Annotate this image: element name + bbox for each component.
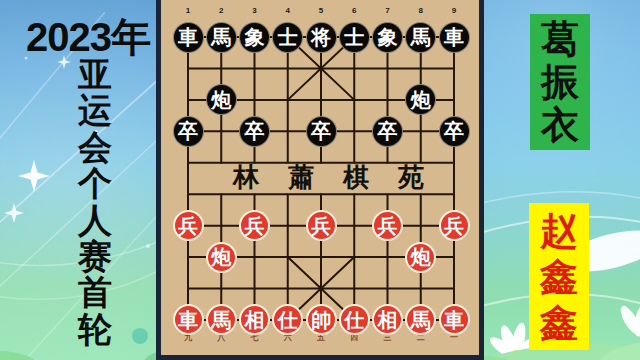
piece-black-卒[interactable]: 卒 — [239, 116, 270, 147]
piece-red-車[interactable]: 車 — [173, 304, 204, 335]
piece-red-帥[interactable]: 帥 — [306, 304, 337, 335]
piece-black-卒[interactable]: 卒 — [439, 116, 470, 147]
piece-black-象[interactable]: 象 — [239, 22, 270, 53]
river-watermark-char: 蕭 — [284, 162, 318, 194]
piece-red-仕[interactable]: 仕 — [339, 304, 370, 335]
file-label-top: 5 — [313, 6, 329, 15]
file-label-top: 4 — [280, 6, 296, 15]
piece-black-車[interactable]: 車 — [173, 22, 204, 53]
piece-black-卒[interactable]: 卒 — [306, 116, 337, 147]
event-title-vertical: 亚运会个人赛首轮 — [72, 56, 118, 347]
piece-red-兵[interactable]: 兵 — [372, 210, 403, 241]
piece-red-兵[interactable]: 兵 — [306, 210, 337, 241]
piece-black-馬[interactable]: 馬 — [206, 22, 237, 53]
player-name-black: 葛振衣 — [541, 18, 579, 147]
piece-black-象[interactable]: 象 — [372, 22, 403, 53]
file-label-top: 3 — [247, 6, 263, 15]
piece-red-馬[interactable]: 馬 — [206, 304, 237, 335]
player-name-red: 赵鑫鑫 — [540, 208, 578, 346]
piece-red-兵[interactable]: 兵 — [173, 210, 204, 241]
file-label-top: 8 — [413, 6, 429, 15]
file-label-top: 1 — [180, 6, 196, 15]
piece-black-卒[interactable]: 卒 — [372, 116, 403, 147]
river-watermark-char: 棋 — [339, 162, 373, 194]
piece-red-兵[interactable]: 兵 — [239, 210, 270, 241]
piece-black-馬[interactable]: 馬 — [405, 22, 436, 53]
board-grid — [161, 0, 479, 355]
river-watermark-char: 苑 — [394, 162, 428, 194]
xiangqi-board[interactable]: 123456789 九八七六五四三二一 林蕭棋苑 車馬象士将士象馬車炮炮卒卒卒卒… — [156, 0, 484, 360]
piece-red-兵[interactable]: 兵 — [439, 210, 470, 241]
player-badge-black: 葛振衣 — [530, 14, 590, 150]
piece-red-炮[interactable]: 炮 — [405, 242, 436, 273]
file-label-top: 7 — [380, 6, 396, 15]
file-label-top: 6 — [346, 6, 362, 15]
piece-red-車[interactable]: 車 — [439, 304, 470, 335]
piece-black-将[interactable]: 将 — [306, 22, 337, 53]
player-badge-red: 赵鑫鑫 — [529, 203, 589, 350]
file-label-top: 9 — [446, 6, 462, 15]
piece-black-士[interactable]: 士 — [272, 22, 303, 53]
river-watermark-char: 林 — [229, 162, 263, 194]
video-frame: 2023年 亚运会个人赛首轮 123456789 九八七六五四三二一 林蕭棋苑 … — [0, 0, 640, 360]
piece-black-士[interactable]: 士 — [339, 22, 370, 53]
piece-black-卒[interactable]: 卒 — [173, 116, 204, 147]
file-label-top: 2 — [213, 6, 229, 15]
piece-red-炮[interactable]: 炮 — [206, 242, 237, 273]
piece-black-車[interactable]: 車 — [439, 22, 470, 53]
piece-black-炮[interactable]: 炮 — [206, 84, 237, 115]
